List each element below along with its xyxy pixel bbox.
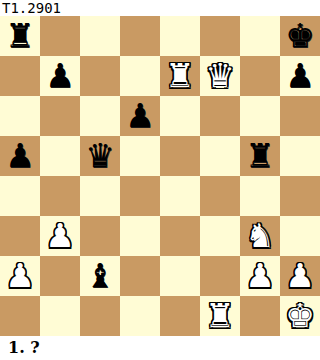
square-e2[interactable]	[160, 256, 200, 296]
square-b7[interactable]: ♟	[40, 56, 80, 96]
square-a8[interactable]: ♜	[0, 16, 40, 56]
puzzle-title: T1.2901	[0, 0, 320, 16]
square-a6[interactable]	[0, 96, 40, 136]
square-c8[interactable]	[80, 16, 120, 56]
square-c6[interactable]	[80, 96, 120, 136]
square-h8[interactable]: ♚	[280, 16, 320, 56]
piece-black-pawn: ♟	[285, 56, 315, 96]
square-f1[interactable]: ♜	[200, 296, 240, 336]
square-g3[interactable]: ♞	[240, 216, 280, 256]
square-g1[interactable]	[240, 296, 280, 336]
square-b8[interactable]	[40, 16, 80, 56]
square-d3[interactable]	[120, 216, 160, 256]
square-c3[interactable]	[80, 216, 120, 256]
piece-white-pawn: ♟	[285, 256, 315, 296]
square-g5[interactable]: ♜	[240, 136, 280, 176]
square-c7[interactable]	[80, 56, 120, 96]
square-f8[interactable]	[200, 16, 240, 56]
square-d7[interactable]	[120, 56, 160, 96]
piece-black-rook: ♜	[245, 136, 275, 176]
piece-black-bishop: ♝	[85, 256, 115, 296]
piece-white-pawn: ♟	[5, 256, 35, 296]
square-h5[interactable]	[280, 136, 320, 176]
square-f5[interactable]	[200, 136, 240, 176]
square-g7[interactable]	[240, 56, 280, 96]
piece-black-rook: ♜	[5, 16, 35, 56]
square-e1[interactable]	[160, 296, 200, 336]
piece-white-rook: ♜	[165, 56, 195, 96]
piece-white-pawn: ♟	[45, 216, 75, 256]
chess-board: ♜♚♟♜♛♟♟♟♛♜♟♞♟♝♟♟♜♚	[0, 16, 320, 336]
square-g4[interactable]	[240, 176, 280, 216]
square-b6[interactable]	[40, 96, 80, 136]
square-f6[interactable]	[200, 96, 240, 136]
square-h6[interactable]	[280, 96, 320, 136]
square-d6[interactable]: ♟	[120, 96, 160, 136]
square-h2[interactable]: ♟	[280, 256, 320, 296]
square-h4[interactable]	[280, 176, 320, 216]
square-c1[interactable]	[80, 296, 120, 336]
square-d4[interactable]	[120, 176, 160, 216]
square-f4[interactable]	[200, 176, 240, 216]
square-b1[interactable]	[40, 296, 80, 336]
piece-white-pawn: ♟	[245, 256, 275, 296]
piece-black-pawn: ♟	[45, 56, 75, 96]
square-e4[interactable]	[160, 176, 200, 216]
square-a5[interactable]: ♟	[0, 136, 40, 176]
square-g2[interactable]: ♟	[240, 256, 280, 296]
square-b2[interactable]	[40, 256, 80, 296]
square-c5[interactable]: ♛	[80, 136, 120, 176]
square-a4[interactable]	[0, 176, 40, 216]
square-b5[interactable]	[40, 136, 80, 176]
square-d8[interactable]	[120, 16, 160, 56]
square-f3[interactable]	[200, 216, 240, 256]
square-a1[interactable]	[0, 296, 40, 336]
square-g8[interactable]	[240, 16, 280, 56]
square-d2[interactable]	[120, 256, 160, 296]
square-b3[interactable]: ♟	[40, 216, 80, 256]
square-f7[interactable]: ♛	[200, 56, 240, 96]
piece-white-knight: ♞	[245, 216, 275, 256]
piece-black-pawn: ♟	[125, 96, 155, 136]
square-a7[interactable]	[0, 56, 40, 96]
square-h3[interactable]	[280, 216, 320, 256]
square-e8[interactable]	[160, 16, 200, 56]
piece-white-rook: ♜	[205, 296, 235, 336]
square-g6[interactable]	[240, 96, 280, 136]
square-h1[interactable]: ♚	[280, 296, 320, 336]
piece-white-king: ♚	[285, 296, 315, 336]
square-e6[interactable]	[160, 96, 200, 136]
square-a2[interactable]: ♟	[0, 256, 40, 296]
move-prompt: 1. ?	[0, 336, 320, 360]
square-c4[interactable]	[80, 176, 120, 216]
piece-black-pawn: ♟	[5, 136, 35, 176]
square-d5[interactable]	[120, 136, 160, 176]
square-c2[interactable]: ♝	[80, 256, 120, 296]
square-e7[interactable]: ♜	[160, 56, 200, 96]
piece-black-queen: ♛	[85, 136, 115, 176]
square-e3[interactable]	[160, 216, 200, 256]
piece-black-king: ♚	[285, 16, 315, 56]
piece-white-queen: ♛	[205, 56, 235, 96]
square-b4[interactable]	[40, 176, 80, 216]
square-d1[interactable]	[120, 296, 160, 336]
square-a3[interactable]	[0, 216, 40, 256]
square-f2[interactable]	[200, 256, 240, 296]
square-h7[interactable]: ♟	[280, 56, 320, 96]
square-e5[interactable]	[160, 136, 200, 176]
